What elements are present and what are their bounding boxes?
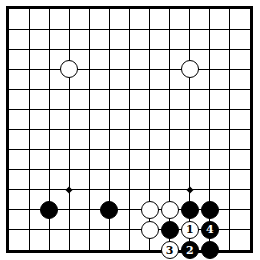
stone-black-j2[interactable] (161, 221, 179, 239)
stone-white-h3[interactable] (141, 201, 159, 219)
stone-white-k10[interactable] (181, 60, 199, 78)
stone-black-f3[interactable] (100, 201, 118, 219)
stone-black-l3[interactable] (201, 201, 219, 219)
star-point-1 (186, 186, 193, 193)
grid-line-vertical-11 (229, 9, 230, 250)
stone-white-d10[interactable] (60, 60, 78, 78)
stone-black-k3[interactable] (181, 201, 199, 219)
stone-white-k2[interactable]: 1 (181, 221, 199, 239)
grid-line-horizontal-6 (9, 129, 250, 130)
stone-black-k1[interactable]: 2 (181, 241, 199, 259)
stone-white-h2[interactable] (141, 221, 159, 239)
stone-white-j3[interactable] (161, 201, 179, 219)
stone-black-l1[interactable] (201, 241, 219, 259)
stone-white-j1[interactable]: 3 (161, 241, 179, 259)
star-point-0 (66, 186, 73, 193)
grid-line-horizontal-8 (9, 169, 250, 170)
stone-black-c3[interactable] (40, 201, 58, 219)
go-board[interactable]: 1432 (6, 6, 253, 253)
stone-black-l2[interactable]: 4 (201, 221, 219, 239)
grid-line-horizontal-9 (9, 189, 250, 190)
grid-line-horizontal-7 (9, 149, 250, 150)
go-diagram-page: 1432 (0, 0, 260, 260)
